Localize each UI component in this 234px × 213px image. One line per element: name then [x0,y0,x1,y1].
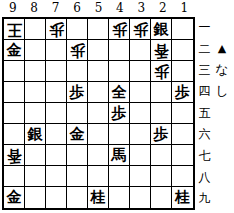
board-cell-7-4[interactable] [46,82,67,103]
board-cell-1-3[interactable] [172,61,193,82]
board-cell-9-2[interactable]: 金 [4,40,25,61]
board-cell-8-9[interactable] [25,187,46,208]
board-cell-3-8[interactable] [130,166,151,187]
piece-sente-silver[interactable]: 銀 [28,127,43,142]
board-cell-9-3[interactable] [4,61,25,82]
board-cell-6-2[interactable]: 歩 [67,40,88,61]
rank-label-9: 九 [197,188,212,209]
board-cell-5-8[interactable] [88,166,109,187]
board-cell-5-5[interactable] [88,103,109,124]
piece-sente-silver[interactable]: 銀 [154,22,169,37]
board-cell-3-9[interactable] [130,187,151,208]
board-cell-6-8[interactable] [67,166,88,187]
shogi-board: 王歩歩歩銀金歩香歩歩全歩歩銀金歩香馬金桂桂 [2,17,195,210]
board-cell-4-7[interactable]: 馬 [109,145,130,166]
board-cell-1-7[interactable] [172,145,193,166]
board-cell-1-5[interactable] [172,103,193,124]
board-cell-1-6[interactable] [172,124,193,145]
piece-sente-gold[interactable]: 金 [7,190,22,205]
board-cell-2-9[interactable] [151,187,172,208]
file-label-9: 9 [2,0,23,17]
board-cell-1-1[interactable] [172,19,193,40]
board-cell-8-4[interactable] [25,82,46,103]
board-cell-6-1[interactable] [67,19,88,40]
board-cell-8-6[interactable]: 銀 [25,124,46,145]
board-cell-7-3[interactable] [46,61,67,82]
board-cell-6-7[interactable] [67,145,88,166]
board-cell-8-3[interactable] [25,61,46,82]
board-cell-3-3[interactable] [130,61,151,82]
board-cell-2-6[interactable]: 歩 [151,124,172,145]
board-cell-1-2[interactable] [172,40,193,61]
board-cell-2-1[interactable]: 銀 [151,19,172,40]
board-cell-2-7[interactable] [151,145,172,166]
board-cell-1-4[interactable]: 歩 [172,82,193,103]
sente-hand-info: ▲ な し [213,38,231,101]
board-cell-7-1[interactable]: 歩 [46,19,67,40]
board-cell-7-2[interactable] [46,40,67,61]
piece-gote-pawn[interactable]: 歩 [70,43,85,58]
hand-none-char-1: な [215,59,228,80]
board-cell-8-1[interactable] [25,19,46,40]
board-cell-6-3[interactable] [67,61,88,82]
board-cell-3-2[interactable] [130,40,151,61]
piece-sente-promoted-bishop[interactable]: 馬 [112,148,127,163]
rank-label-2: 二 [197,38,212,59]
rank-label-1: 一 [197,17,212,38]
piece-sente-promoted-silver[interactable]: 全 [112,85,127,100]
piece-gote-pawn[interactable]: 歩 [49,22,64,37]
board-cell-8-8[interactable] [25,166,46,187]
board-cell-7-6[interactable] [46,124,67,145]
file-label-8: 8 [23,0,44,17]
rank-label-8: 八 [197,167,212,188]
board-cell-7-5[interactable] [46,103,67,124]
piece-sente-knight[interactable]: 桂 [91,190,106,205]
board-cell-4-3[interactable] [109,61,130,82]
board-cell-2-5[interactable] [151,103,172,124]
piece-gote-pawn[interactable]: 歩 [133,22,148,37]
board-cell-9-5[interactable] [4,103,25,124]
board-cell-3-4[interactable] [130,82,151,103]
board-cell-6-5[interactable] [67,103,88,124]
file-label-6: 6 [66,0,87,17]
board-cell-9-4[interactable] [4,82,25,103]
file-label-2: 2 [152,0,173,17]
piece-gote-king[interactable]: 王 [7,22,22,37]
file-label-5: 5 [88,0,109,17]
board-cell-4-9[interactable] [109,187,130,208]
board-cell-9-7[interactable]: 香 [4,145,25,166]
board-cell-5-7[interactable] [88,145,109,166]
board-cell-4-5[interactable]: 歩 [109,103,130,124]
piece-gote-pawn[interactable]: 歩 [154,64,169,79]
piece-gote-lance[interactable]: 香 [154,43,169,58]
board-cell-9-1[interactable]: 王 [4,19,25,40]
rank-label-6: 六 [197,124,212,145]
board-cell-5-9[interactable]: 桂 [88,187,109,208]
board-cell-3-5[interactable] [130,103,151,124]
board-cell-7-8[interactable] [46,166,67,187]
board-cell-3-6[interactable] [130,124,151,145]
board-cell-1-8[interactable] [172,166,193,187]
rank-label-5: 五 [197,103,212,124]
piece-sente-pawn[interactable]: 歩 [175,85,190,100]
file-label-7: 7 [45,0,66,17]
file-label-4: 4 [109,0,130,17]
board-cell-2-2[interactable]: 香 [151,40,172,61]
board-cell-2-8[interactable] [151,166,172,187]
board-cell-1-9[interactable]: 桂 [172,187,193,208]
board-cell-9-9[interactable]: 金 [4,187,25,208]
shogi-diagram: 987654321 王歩歩歩銀金歩香歩歩全歩歩銀金歩香馬金桂桂 一二三四五六七八… [0,0,234,213]
piece-sente-gold[interactable]: 金 [70,127,85,142]
board-cell-4-4[interactable]: 全 [109,82,130,103]
piece-sente-gold[interactable]: 金 [7,43,22,58]
file-label-1: 1 [174,0,195,17]
board-cell-7-9[interactable] [46,187,67,208]
board-cell-5-6[interactable] [88,124,109,145]
file-coordinates: 987654321 [2,0,195,17]
board-cell-6-9[interactable] [67,187,88,208]
board-cell-7-7[interactable] [46,145,67,166]
board-cell-5-1[interactable] [88,19,109,40]
board-cell-5-4[interactable] [88,82,109,103]
piece-sente-pawn[interactable]: 歩 [112,106,127,121]
board-cell-2-4[interactable] [151,82,172,103]
board-cell-4-1[interactable]: 歩 [109,19,130,40]
rank-label-4: 四 [197,81,212,102]
board-cell-8-5[interactable] [25,103,46,124]
piece-sente-pawn[interactable]: 歩 [70,85,85,100]
hand-none-char-2: し [215,80,228,101]
rank-label-3: 三 [197,60,212,81]
board-cell-3-7[interactable] [130,145,151,166]
board-cell-8-7[interactable] [25,145,46,166]
board-cell-4-2[interactable] [109,40,130,61]
piece-sente-pawn[interactable]: 歩 [154,127,169,142]
piece-sente-knight[interactable]: 桂 [175,190,190,205]
board-cell-8-2[interactable] [25,40,46,61]
board-cell-3-1[interactable]: 歩 [130,19,151,40]
rank-coordinates: 一二三四五六七八九 [197,17,212,210]
board-cell-5-2[interactable] [88,40,109,61]
sente-marker-icon: ▲ [218,38,226,59]
piece-gote-pawn[interactable]: 歩 [112,22,127,37]
board-cell-9-8[interactable] [4,166,25,187]
board-cell-6-4[interactable]: 歩 [67,82,88,103]
board-cell-2-3[interactable]: 歩 [151,61,172,82]
board-cell-6-6[interactable]: 金 [67,124,88,145]
file-label-3: 3 [131,0,152,17]
piece-gote-lance[interactable]: 香 [7,148,22,163]
rank-label-7: 七 [197,145,212,166]
board-cell-9-6[interactable] [4,124,25,145]
board-cell-4-6[interactable] [109,124,130,145]
board-cell-4-8[interactable] [109,166,130,187]
board-cell-5-3[interactable] [88,61,109,82]
